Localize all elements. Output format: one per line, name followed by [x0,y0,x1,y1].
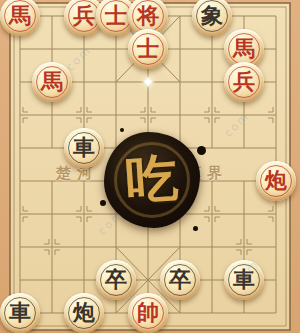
piece-character: 車 [233,268,255,290]
piece-character: 車 [9,301,31,323]
piece-卒[interactable]: 卒 [160,260,200,300]
piece-character: 車 [73,136,95,158]
piece-炮[interactable]: 炮 [64,293,104,333]
piece-character: 象 [201,4,223,26]
piece-士[interactable]: 士 [128,29,168,69]
piece-character: 帥 [137,301,159,323]
piece-character: 炮 [265,169,287,191]
piece-象[interactable]: 象 [192,0,232,36]
piece-車[interactable]: 車 [0,293,40,333]
piece-character: 士 [137,37,159,59]
piece-character: 将 [137,4,159,26]
piece-character: 炮 [73,301,95,323]
piece-character: 馬 [41,70,63,92]
piece-卒[interactable]: 卒 [96,260,136,300]
piece-車[interactable]: 車 [64,128,104,168]
piece-馬[interactable]: 馬 [0,0,40,36]
piece-帥[interactable]: 帥 [128,293,168,333]
piece-character: 馬 [233,37,255,59]
xiangqi-board: 楚河 漢界 吃 馬兵士将象士馬馬兵車炮卒卒車車炮帥 ✦ com com com … [0,0,300,333]
sparkle-icon: ✦ [141,72,155,92]
piece-character: 卒 [105,268,127,290]
piece-車[interactable]: 車 [224,260,264,300]
piece-兵[interactable]: 兵 [224,62,264,102]
piece-character: 兵 [73,4,95,26]
piece-馬[interactable]: 馬 [32,62,72,102]
piece-character: 馬 [9,4,31,26]
piece-character: 卒 [169,268,191,290]
piece-character: 士 [105,4,127,26]
piece-炮[interactable]: 炮 [256,161,296,201]
piece-character: 兵 [233,70,255,92]
pieces-layer: 馬兵士将象士馬馬兵車炮卒卒車車炮帥 [0,0,300,333]
